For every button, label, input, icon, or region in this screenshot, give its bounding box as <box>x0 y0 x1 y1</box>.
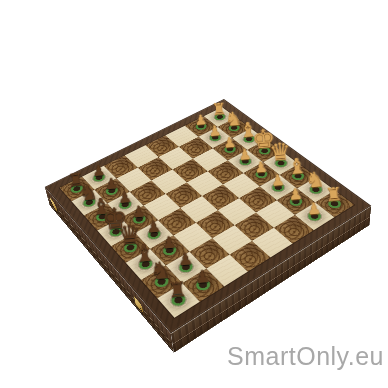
brass-clasp-icon <box>49 196 57 212</box>
brass-clasp-icon <box>133 295 143 314</box>
chess-board-case: ♜♞♝♚♛♝♞♜♟♟♟♟♟♟♟♟♟♟♟♟♟♟♟♟♜♞♝♚♛♝♞♜ <box>45 99 372 334</box>
product-photo: ♜♞♝♚♛♝♞♜♟♟♟♟♟♟♟♟♟♟♟♟♟♟♟♟♜♞♝♚♛♝♞♜ SmartOn… <box>0 0 388 388</box>
white-knight: ♞ <box>295 168 336 193</box>
watermark: SmartOnly.eu <box>227 342 384 371</box>
scene: ♜♞♝♚♛♝♞♜♟♟♟♟♟♟♟♟♟♟♟♟♟♟♟♟♜♞♝♚♛♝♞♜ <box>0 0 388 388</box>
chess-board: ♜♞♝♚♛♝♞♜♟♟♟♟♟♟♟♟♟♟♟♟♟♟♟♟♜♞♝♚♛♝♞♜ <box>60 107 355 318</box>
white-rook: ♜ <box>202 100 237 119</box>
